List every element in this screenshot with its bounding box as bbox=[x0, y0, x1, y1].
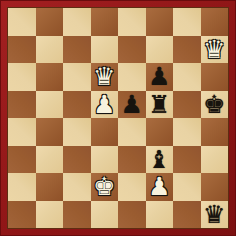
square-e1[interactable] bbox=[118, 201, 146, 229]
black-king-h5[interactable]: ♚ bbox=[201, 91, 229, 118]
square-f5[interactable]: ♜ bbox=[146, 91, 174, 119]
square-e6[interactable] bbox=[118, 63, 146, 91]
square-h4[interactable] bbox=[201, 118, 229, 146]
square-f4[interactable] bbox=[146, 118, 174, 146]
square-b8[interactable] bbox=[36, 8, 64, 36]
square-b2[interactable] bbox=[36, 173, 64, 201]
square-e4[interactable] bbox=[118, 118, 146, 146]
chess-board: ♛♛♟♟♟♜♚♝♚♟♛ bbox=[8, 8, 228, 228]
square-c3[interactable] bbox=[63, 146, 91, 174]
square-d7[interactable] bbox=[91, 36, 119, 64]
square-b4[interactable] bbox=[36, 118, 64, 146]
square-g6[interactable] bbox=[173, 63, 201, 91]
square-h6[interactable] bbox=[201, 63, 229, 91]
black-rook-f5[interactable]: ♜ bbox=[146, 91, 174, 118]
square-d5[interactable]: ♟ bbox=[91, 91, 119, 119]
square-a6[interactable] bbox=[8, 63, 36, 91]
white-pawn-f2[interactable]: ♟ bbox=[146, 173, 174, 200]
square-c6[interactable] bbox=[63, 63, 91, 91]
square-a8[interactable] bbox=[8, 8, 36, 36]
square-g1[interactable] bbox=[173, 201, 201, 229]
white-queen-h7[interactable]: ♛ bbox=[201, 36, 229, 63]
square-h8[interactable] bbox=[201, 8, 229, 36]
square-f1[interactable] bbox=[146, 201, 174, 229]
square-d6[interactable]: ♛ bbox=[91, 63, 119, 91]
square-a2[interactable] bbox=[8, 173, 36, 201]
square-h2[interactable] bbox=[201, 173, 229, 201]
white-king-d2[interactable]: ♚ bbox=[91, 173, 119, 200]
square-c1[interactable] bbox=[63, 201, 91, 229]
white-pawn-d5[interactable]: ♟ bbox=[91, 91, 119, 118]
square-b7[interactable] bbox=[36, 36, 64, 64]
square-h1[interactable]: ♛ bbox=[201, 201, 229, 229]
square-g3[interactable] bbox=[173, 146, 201, 174]
square-c7[interactable] bbox=[63, 36, 91, 64]
square-g5[interactable] bbox=[173, 91, 201, 119]
square-f3[interactable]: ♝ bbox=[146, 146, 174, 174]
square-d1[interactable] bbox=[91, 201, 119, 229]
square-f8[interactable] bbox=[146, 8, 174, 36]
black-queen-h1[interactable]: ♛ bbox=[201, 201, 229, 228]
square-e7[interactable] bbox=[118, 36, 146, 64]
square-c5[interactable] bbox=[63, 91, 91, 119]
square-g7[interactable] bbox=[173, 36, 201, 64]
black-bishop-f3[interactable]: ♝ bbox=[146, 146, 174, 173]
square-e2[interactable] bbox=[118, 173, 146, 201]
square-g8[interactable] bbox=[173, 8, 201, 36]
square-f7[interactable] bbox=[146, 36, 174, 64]
square-h5[interactable]: ♚ bbox=[201, 91, 229, 119]
square-f6[interactable]: ♟ bbox=[146, 63, 174, 91]
square-g4[interactable] bbox=[173, 118, 201, 146]
square-d4[interactable] bbox=[91, 118, 119, 146]
square-d2[interactable]: ♚ bbox=[91, 173, 119, 201]
square-f2[interactable]: ♟ bbox=[146, 173, 174, 201]
board-frame: ♛♛♟♟♟♜♚♝♚♟♛ bbox=[0, 0, 236, 236]
square-c4[interactable] bbox=[63, 118, 91, 146]
square-b6[interactable] bbox=[36, 63, 64, 91]
square-a4[interactable] bbox=[8, 118, 36, 146]
square-e5[interactable]: ♟ bbox=[118, 91, 146, 119]
square-g2[interactable] bbox=[173, 173, 201, 201]
black-pawn-e5[interactable]: ♟ bbox=[118, 91, 146, 118]
square-h7[interactable]: ♛ bbox=[201, 36, 229, 64]
square-e8[interactable] bbox=[118, 8, 146, 36]
square-a5[interactable] bbox=[8, 91, 36, 119]
square-a3[interactable] bbox=[8, 146, 36, 174]
black-pawn-f6[interactable]: ♟ bbox=[146, 63, 174, 90]
square-c2[interactable] bbox=[63, 173, 91, 201]
square-b1[interactable] bbox=[36, 201, 64, 229]
square-e3[interactable] bbox=[118, 146, 146, 174]
square-h3[interactable] bbox=[201, 146, 229, 174]
square-d3[interactable] bbox=[91, 146, 119, 174]
square-a1[interactable] bbox=[8, 201, 36, 229]
square-b3[interactable] bbox=[36, 146, 64, 174]
square-a7[interactable] bbox=[8, 36, 36, 64]
square-c8[interactable] bbox=[63, 8, 91, 36]
square-d8[interactable] bbox=[91, 8, 119, 36]
square-b5[interactable] bbox=[36, 91, 64, 119]
white-queen-d6[interactable]: ♛ bbox=[91, 63, 119, 90]
